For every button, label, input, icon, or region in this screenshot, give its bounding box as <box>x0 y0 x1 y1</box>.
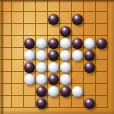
white-stone <box>60 50 71 61</box>
black-stone <box>72 38 83 49</box>
black-stone <box>36 98 47 109</box>
black-stone <box>60 86 71 97</box>
black-stone <box>48 14 59 25</box>
black-stone <box>36 86 47 97</box>
white-stone <box>48 86 59 97</box>
board-left-edge <box>0 0 4 114</box>
white-stone <box>60 74 71 85</box>
white-stone <box>24 74 35 85</box>
white-stone <box>36 62 47 73</box>
black-stone <box>24 38 35 49</box>
black-stone <box>24 62 35 73</box>
black-stone <box>48 74 59 85</box>
black-stone <box>84 98 95 109</box>
white-stone <box>36 38 47 49</box>
white-stone <box>60 38 71 49</box>
black-stone <box>48 38 59 49</box>
white-stone <box>36 74 47 85</box>
white-stone <box>60 62 71 73</box>
black-stone <box>72 14 83 25</box>
black-stone <box>84 50 95 61</box>
white-stone <box>72 86 83 97</box>
white-stone <box>72 50 83 61</box>
board-top-edge <box>0 0 114 3</box>
white-stone <box>36 50 47 61</box>
white-stone <box>84 38 95 49</box>
game-window <box>0 0 114 114</box>
black-stone <box>48 50 59 61</box>
white-stone <box>48 62 59 73</box>
white-stone <box>24 50 35 61</box>
black-stone <box>96 38 107 49</box>
black-stone <box>60 26 71 37</box>
black-stone <box>84 62 95 73</box>
